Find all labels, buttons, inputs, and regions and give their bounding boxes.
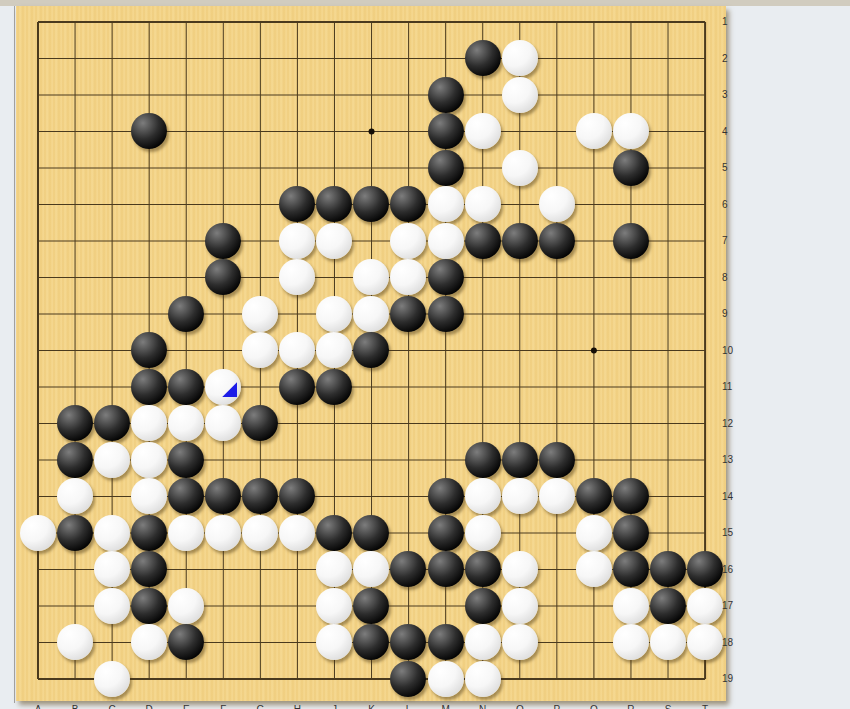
board-intersection[interactable]	[427, 186, 464, 223]
board-intersection[interactable]	[538, 478, 575, 515]
board-intersection[interactable]	[57, 296, 94, 333]
board-intersection[interactable]	[316, 223, 353, 260]
board-intersection[interactable]	[612, 77, 649, 114]
black-stone[interactable]	[502, 442, 538, 478]
board-intersection[interactable]	[168, 369, 205, 406]
board-intersection[interactable]	[20, 223, 57, 260]
board-intersection[interactable]	[20, 442, 57, 479]
board-intersection[interactable]	[316, 661, 353, 698]
board-intersection[interactable]	[353, 478, 390, 515]
black-stone[interactable]	[279, 478, 315, 514]
board-intersection[interactable]	[390, 624, 427, 661]
white-stone[interactable]	[94, 661, 130, 697]
board-intersection[interactable]	[538, 332, 575, 369]
board-intersection[interactable]	[20, 259, 57, 296]
board-intersection[interactable]	[686, 40, 723, 77]
board-intersection[interactable]	[427, 259, 464, 296]
board-intersection[interactable]	[501, 332, 538, 369]
board-intersection[interactable]	[464, 77, 501, 114]
board-intersection[interactable]	[279, 405, 316, 442]
black-stone[interactable]	[57, 405, 93, 441]
board-intersection[interactable]	[353, 4, 390, 41]
board-intersection[interactable]	[649, 296, 686, 333]
board-intersection[interactable]	[612, 551, 649, 588]
white-stone[interactable]	[316, 624, 352, 660]
white-stone[interactable]	[279, 259, 315, 295]
board-intersection[interactable]	[538, 405, 575, 442]
board-intersection[interactable]	[353, 113, 390, 150]
board-intersection[interactable]	[501, 40, 538, 77]
board-intersection[interactable]	[538, 259, 575, 296]
board-intersection[interactable]	[686, 186, 723, 223]
board-intersection[interactable]	[575, 150, 612, 187]
board-intersection[interactable]	[57, 624, 94, 661]
white-stone[interactable]	[205, 515, 241, 551]
board-intersection[interactable]	[464, 661, 501, 698]
white-stone[interactable]	[502, 77, 538, 113]
board-intersection[interactable]	[353, 442, 390, 479]
board-intersection[interactable]	[575, 369, 612, 406]
board-intersection[interactable]	[205, 515, 242, 552]
board-intersection[interactable]	[390, 223, 427, 260]
board-intersection[interactable]	[501, 223, 538, 260]
board-intersection[interactable]	[168, 661, 205, 698]
board-intersection[interactable]	[649, 369, 686, 406]
board-intersection[interactable]	[575, 624, 612, 661]
board-intersection[interactable]	[316, 296, 353, 333]
board-intersection[interactable]	[612, 113, 649, 150]
board-intersection[interactable]	[612, 259, 649, 296]
white-stone[interactable]	[205, 405, 241, 441]
board-intersection[interactable]	[575, 296, 612, 333]
black-stone[interactable]	[613, 551, 649, 587]
white-stone[interactable]	[576, 113, 612, 149]
board-intersection[interactable]	[205, 661, 242, 698]
board-intersection[interactable]	[538, 113, 575, 150]
white-stone[interactable]	[539, 186, 575, 222]
board-intersection[interactable]	[575, 186, 612, 223]
board-intersection[interactable]	[279, 369, 316, 406]
white-stone[interactable]	[168, 588, 204, 624]
board-intersection[interactable]	[242, 405, 279, 442]
board-intersection[interactable]	[501, 113, 538, 150]
board-intersection[interactable]	[131, 296, 168, 333]
board-intersection[interactable]	[686, 442, 723, 479]
white-stone[interactable]	[94, 551, 130, 587]
board-intersection[interactable]	[427, 588, 464, 625]
board-intersection[interactable]	[94, 515, 131, 552]
black-stone[interactable]	[650, 588, 686, 624]
board-intersection[interactable]	[57, 515, 94, 552]
board-intersection[interactable]	[20, 551, 57, 588]
board-intersection[interactable]	[649, 442, 686, 479]
board-intersection[interactable]	[501, 186, 538, 223]
board-intersection[interactable]	[205, 113, 242, 150]
board-intersection[interactable]	[131, 4, 168, 41]
board-intersection[interactable]	[205, 442, 242, 479]
board-intersection[interactable]	[205, 186, 242, 223]
board-intersection[interactable]	[649, 4, 686, 41]
board-intersection[interactable]	[390, 40, 427, 77]
board-intersection[interactable]	[538, 40, 575, 77]
board-intersection[interactable]	[686, 150, 723, 187]
board-intersection[interactable]	[316, 259, 353, 296]
white-stone[interactable]	[613, 588, 649, 624]
board-intersection[interactable]	[612, 661, 649, 698]
board-intersection[interactable]	[501, 624, 538, 661]
board-intersection[interactable]	[464, 259, 501, 296]
board-intersection[interactable]	[168, 40, 205, 77]
board-intersection[interactable]	[390, 150, 427, 187]
black-stone[interactable]	[390, 186, 426, 222]
board-intersection[interactable]	[427, 442, 464, 479]
board-intersection[interactable]	[57, 40, 94, 77]
board-intersection[interactable]	[131, 588, 168, 625]
white-stone[interactable]	[168, 405, 204, 441]
board-intersection[interactable]	[686, 4, 723, 41]
board-intersection[interactable]	[390, 259, 427, 296]
black-stone[interactable]	[131, 369, 167, 405]
board-intersection[interactable]	[538, 223, 575, 260]
black-stone[interactable]	[131, 113, 167, 149]
board-intersection[interactable]	[316, 442, 353, 479]
board-intersection[interactable]	[686, 661, 723, 698]
board-intersection[interactable]	[427, 551, 464, 588]
board-intersection[interactable]	[686, 478, 723, 515]
board-intersection[interactable]	[279, 478, 316, 515]
black-stone[interactable]	[687, 551, 723, 587]
board-intersection[interactable]	[538, 77, 575, 114]
board-intersection[interactable]	[94, 588, 131, 625]
board-intersection[interactable]	[279, 661, 316, 698]
board-intersection[interactable]	[686, 405, 723, 442]
board-intersection[interactable]	[464, 624, 501, 661]
board-intersection[interactable]	[20, 332, 57, 369]
board-intersection[interactable]	[575, 661, 612, 698]
board-intersection[interactable]	[242, 551, 279, 588]
black-stone[interactable]	[576, 478, 612, 514]
black-stone[interactable]	[168, 442, 204, 478]
board-intersection[interactable]	[538, 515, 575, 552]
board-intersection[interactable]	[612, 40, 649, 77]
board-intersection[interactable]	[686, 624, 723, 661]
black-stone[interactable]	[168, 478, 204, 514]
black-stone[interactable]	[316, 186, 352, 222]
board-intersection[interactable]	[168, 405, 205, 442]
board-intersection[interactable]	[279, 113, 316, 150]
black-stone[interactable]	[428, 113, 464, 149]
board-intersection[interactable]	[649, 661, 686, 698]
black-stone[interactable]	[465, 442, 501, 478]
board-intersection[interactable]	[279, 442, 316, 479]
board-intersection[interactable]	[427, 296, 464, 333]
board-intersection[interactable]	[538, 661, 575, 698]
board-intersection[interactable]	[686, 296, 723, 333]
white-stone[interactable]	[242, 515, 278, 551]
board-intersection[interactable]	[501, 588, 538, 625]
board-intersection[interactable]	[242, 150, 279, 187]
board-intersection[interactable]	[649, 77, 686, 114]
board-intersection[interactable]	[464, 369, 501, 406]
board-intersection[interactable]	[131, 661, 168, 698]
white-stone[interactable]	[687, 588, 723, 624]
white-stone[interactable]	[613, 113, 649, 149]
black-stone[interactable]	[242, 405, 278, 441]
black-stone[interactable]	[428, 515, 464, 551]
board-intersection[interactable]	[242, 186, 279, 223]
white-stone[interactable]	[650, 624, 686, 660]
board-intersection[interactable]	[686, 515, 723, 552]
white-stone[interactable]	[353, 296, 389, 332]
board-intersection[interactable]	[353, 150, 390, 187]
board-intersection[interactable]	[316, 77, 353, 114]
white-stone[interactable]	[279, 515, 315, 551]
board-intersection[interactable]	[612, 186, 649, 223]
board-intersection[interactable]	[464, 588, 501, 625]
board-intersection[interactable]	[242, 478, 279, 515]
black-stone[interactable]	[650, 551, 686, 587]
board-intersection[interactable]	[649, 588, 686, 625]
board-intersection[interactable]	[316, 405, 353, 442]
board-intersection[interactable]	[390, 113, 427, 150]
board-intersection[interactable]	[501, 150, 538, 187]
board-intersection[interactable]	[464, 113, 501, 150]
board-intersection[interactable]	[94, 4, 131, 41]
board-intersection[interactable]	[575, 113, 612, 150]
board-intersection[interactable]	[649, 332, 686, 369]
board-intersection[interactable]	[501, 551, 538, 588]
board-intersection[interactable]	[316, 624, 353, 661]
board-intersection[interactable]	[205, 40, 242, 77]
board-intersection[interactable]	[205, 296, 242, 333]
board-intersection[interactable]	[20, 186, 57, 223]
board-intersection[interactable]	[168, 624, 205, 661]
board-intersection[interactable]	[353, 223, 390, 260]
white-stone[interactable]	[576, 551, 612, 587]
white-stone[interactable]	[316, 296, 352, 332]
white-stone[interactable]	[131, 442, 167, 478]
black-stone[interactable]	[205, 223, 241, 259]
board-intersection[interactable]	[131, 186, 168, 223]
board-intersection[interactable]	[94, 661, 131, 698]
white-stone[interactable]	[57, 478, 93, 514]
board-intersection[interactable]	[501, 4, 538, 41]
board-intersection[interactable]	[686, 113, 723, 150]
board-intersection[interactable]	[57, 113, 94, 150]
board-intersection[interactable]	[575, 551, 612, 588]
board-intersection[interactable]	[390, 77, 427, 114]
board-intersection[interactable]	[390, 186, 427, 223]
black-stone[interactable]	[465, 551, 501, 587]
board-intersection[interactable]	[131, 405, 168, 442]
board-intersection[interactable]	[390, 515, 427, 552]
board-intersection[interactable]	[575, 259, 612, 296]
white-stone[interactable]	[428, 186, 464, 222]
black-stone[interactable]	[502, 223, 538, 259]
board-intersection[interactable]	[205, 77, 242, 114]
black-stone[interactable]	[613, 150, 649, 186]
board-intersection[interactable]	[316, 186, 353, 223]
black-stone[interactable]	[428, 296, 464, 332]
board-intersection[interactable]	[57, 442, 94, 479]
black-stone[interactable]	[428, 150, 464, 186]
board-intersection[interactable]	[168, 223, 205, 260]
black-stone[interactable]	[539, 442, 575, 478]
board-intersection[interactable]	[390, 405, 427, 442]
black-stone[interactable]	[353, 515, 389, 551]
board-intersection[interactable]	[131, 515, 168, 552]
black-stone[interactable]	[131, 588, 167, 624]
board-intersection[interactable]	[205, 369, 242, 406]
board-intersection[interactable]	[279, 332, 316, 369]
white-stone[interactable]	[502, 40, 538, 76]
board-intersection[interactable]	[94, 77, 131, 114]
board-intersection[interactable]	[353, 661, 390, 698]
board-intersection[interactable]	[57, 588, 94, 625]
board-intersection[interactable]	[353, 515, 390, 552]
white-stone[interactable]	[539, 478, 575, 514]
board-intersection[interactable]	[242, 259, 279, 296]
board-intersection[interactable]	[20, 515, 57, 552]
board-intersection[interactable]	[686, 332, 723, 369]
white-stone[interactable]	[613, 624, 649, 660]
board-intersection[interactable]	[94, 369, 131, 406]
board-intersection[interactable]	[168, 515, 205, 552]
white-stone[interactable]	[502, 551, 538, 587]
white-stone[interactable]	[20, 515, 56, 551]
board-intersection[interactable]	[464, 478, 501, 515]
white-stone[interactable]	[465, 661, 501, 697]
white-stone[interactable]	[279, 223, 315, 259]
board-intersection[interactable]	[279, 40, 316, 77]
black-stone[interactable]	[390, 296, 426, 332]
white-stone[interactable]	[131, 478, 167, 514]
board-intersection[interactable]	[353, 296, 390, 333]
board-intersection[interactable]	[538, 551, 575, 588]
black-stone[interactable]	[353, 588, 389, 624]
white-stone[interactable]	[576, 515, 612, 551]
board-intersection[interactable]	[649, 259, 686, 296]
board-intersection[interactable]	[427, 40, 464, 77]
board-intersection[interactable]	[242, 223, 279, 260]
board-intersection[interactable]	[20, 661, 57, 698]
board-intersection[interactable]	[279, 223, 316, 260]
board-intersection[interactable]	[353, 624, 390, 661]
board-intersection[interactable]	[390, 332, 427, 369]
board-intersection[interactable]	[575, 4, 612, 41]
board-intersection[interactable]	[57, 150, 94, 187]
board-intersection[interactable]	[57, 369, 94, 406]
black-stone[interactable]	[353, 624, 389, 660]
board-intersection[interactable]	[279, 4, 316, 41]
board-intersection[interactable]	[94, 332, 131, 369]
black-stone[interactable]	[428, 478, 464, 514]
board-intersection[interactable]	[279, 551, 316, 588]
white-stone[interactable]	[465, 186, 501, 222]
board-intersection[interactable]	[205, 551, 242, 588]
board-intersection[interactable]	[538, 624, 575, 661]
board-intersection[interactable]	[316, 332, 353, 369]
board-intersection[interactable]	[353, 259, 390, 296]
board-intersection[interactable]	[205, 4, 242, 41]
white-stone[interactable]	[168, 515, 204, 551]
board-intersection[interactable]	[649, 624, 686, 661]
board-intersection[interactable]	[205, 588, 242, 625]
white-stone[interactable]	[205, 369, 241, 405]
board-intersection[interactable]	[501, 369, 538, 406]
board-intersection[interactable]	[168, 296, 205, 333]
board-intersection[interactable]	[57, 223, 94, 260]
white-stone[interactable]	[502, 588, 538, 624]
board-intersection[interactable]	[612, 624, 649, 661]
white-stone[interactable]	[316, 551, 352, 587]
board-intersection[interactable]	[390, 478, 427, 515]
board-intersection[interactable]	[20, 624, 57, 661]
board-intersection[interactable]	[168, 478, 205, 515]
board-intersection[interactable]	[57, 259, 94, 296]
black-stone[interactable]	[168, 369, 204, 405]
board-intersection[interactable]	[390, 661, 427, 698]
white-stone[interactable]	[465, 515, 501, 551]
black-stone[interactable]	[353, 332, 389, 368]
board-intersection[interactable]	[575, 405, 612, 442]
board-intersection[interactable]	[612, 332, 649, 369]
board-intersection[interactable]	[501, 77, 538, 114]
white-stone[interactable]	[242, 296, 278, 332]
white-stone[interactable]	[502, 624, 538, 660]
board-intersection[interactable]	[575, 77, 612, 114]
board-intersection[interactable]	[353, 332, 390, 369]
board-intersection[interactable]	[316, 551, 353, 588]
board-intersection[interactable]	[427, 369, 464, 406]
black-stone[interactable]	[465, 223, 501, 259]
board-intersection[interactable]	[427, 515, 464, 552]
black-stone[interactable]	[131, 515, 167, 551]
board-intersection[interactable]	[464, 515, 501, 552]
board-intersection[interactable]	[205, 223, 242, 260]
black-stone[interactable]	[316, 515, 352, 551]
board-intersection[interactable]	[612, 405, 649, 442]
white-stone[interactable]	[687, 624, 723, 660]
board-intersection[interactable]	[316, 369, 353, 406]
black-stone[interactable]	[428, 77, 464, 113]
board-intersection[interactable]	[575, 223, 612, 260]
board-intersection[interactable]	[538, 296, 575, 333]
board-intersection[interactable]	[168, 332, 205, 369]
board-intersection[interactable]	[390, 369, 427, 406]
board-intersection[interactable]	[131, 259, 168, 296]
board-intersection[interactable]	[649, 515, 686, 552]
white-stone[interactable]	[390, 259, 426, 295]
board-intersection[interactable]	[686, 551, 723, 588]
black-stone[interactable]	[131, 332, 167, 368]
board-intersection[interactable]	[279, 296, 316, 333]
board-intersection[interactable]	[390, 4, 427, 41]
board-intersection[interactable]	[353, 588, 390, 625]
board-intersection[interactable]	[686, 223, 723, 260]
board-intersection[interactable]	[612, 223, 649, 260]
board-intersection[interactable]	[242, 661, 279, 698]
white-stone[interactable]	[131, 405, 167, 441]
white-stone[interactable]	[94, 442, 130, 478]
board-intersection[interactable]	[316, 4, 353, 41]
board-intersection[interactable]	[390, 551, 427, 588]
board-intersection[interactable]	[94, 186, 131, 223]
black-stone[interactable]	[131, 551, 167, 587]
board-intersection[interactable]	[612, 588, 649, 625]
board-intersection[interactable]	[94, 478, 131, 515]
board-intersection[interactable]	[94, 442, 131, 479]
